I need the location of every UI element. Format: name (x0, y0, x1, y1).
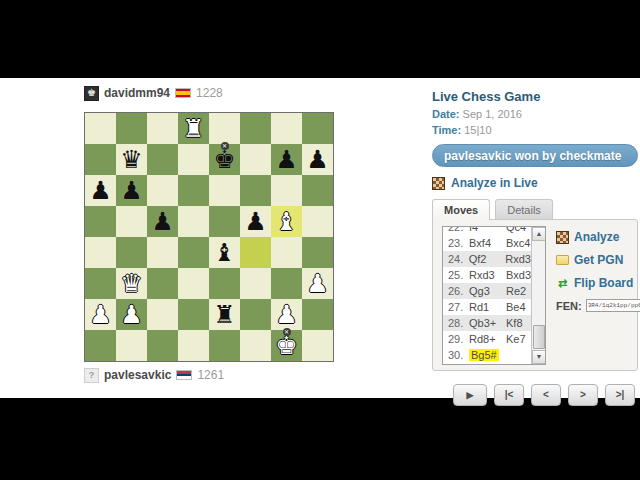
move-navigation: ▶|<<>>| (432, 384, 638, 406)
square-e7[interactable]: ♚✕ (209, 144, 240, 175)
time-value: 15|10 (464, 124, 491, 136)
scroll-up-button[interactable]: ▲ (532, 227, 546, 241)
square-c1[interactable] (147, 330, 178, 361)
square-a2[interactable]: ♟ (85, 299, 116, 330)
pgn-file-icon (556, 255, 569, 265)
black-king-piece: ♚ (213, 147, 235, 172)
square-e4[interactable]: ♝ (209, 237, 240, 268)
square-g7[interactable]: ♟ (271, 144, 302, 175)
video-letterbox-bottom (0, 398, 640, 480)
white-rook-piece: ♜ (182, 116, 204, 141)
move-list-rows: 22.f4Qc423.Bxf4Bxc424.Qf2Rxd325.Rxd3Bxd3… (443, 226, 531, 363)
serbia-flag-icon (176, 370, 192, 380)
flip-board-label: Flip Board (574, 276, 633, 290)
move-number: 29. (448, 333, 469, 345)
square-e8[interactable] (209, 113, 240, 144)
square-b6[interactable]: ♟ (116, 175, 147, 206)
white-pawn-piece: ♟ (120, 302, 142, 327)
moves-details-tabs: MovesDetails (432, 199, 638, 220)
analyze-link[interactable]: Analyze (556, 230, 636, 244)
square-b1[interactable] (116, 330, 147, 361)
game-time-line: Time: 15|10 (432, 124, 638, 136)
analyze-in-live-label: Analyze in Live (451, 176, 538, 190)
square-f2[interactable] (240, 299, 271, 330)
move-number: 28. (448, 317, 469, 329)
result-banner: pavlesavkic won by checkmate (432, 144, 638, 167)
top-player-avatar[interactable]: ♚ (84, 86, 99, 101)
square-d7[interactable] (178, 144, 209, 175)
square-a5[interactable] (85, 206, 116, 237)
white-move[interactable]: Rxd3 (469, 269, 506, 281)
square-f5[interactable]: ♟ (240, 206, 271, 237)
move-row-24: 24.Qf2Rxd3 (443, 251, 531, 267)
first-move-button[interactable]: |< (494, 384, 524, 406)
analyze-board-icon (432, 177, 445, 190)
move-number: 24. (448, 253, 469, 265)
move-row-28: 28.Qb3+Kf8 (443, 315, 531, 331)
square-g2[interactable]: ♟ (271, 299, 302, 330)
square-a8[interactable] (85, 113, 116, 144)
game-info-panel: Live Chess Game Date: Sep 1, 2016 Time: … (432, 78, 638, 406)
date-label: Date: (432, 108, 460, 120)
black-pawn-piece: ♟ (275, 147, 297, 172)
move-number: 26. (448, 285, 469, 297)
square-a3[interactable] (85, 268, 116, 299)
square-g5[interactable]: ♝ (271, 206, 302, 237)
bottom-player-bar: ? pavlesavkic 1261 (84, 367, 224, 383)
square-c5[interactable]: ♟ (147, 206, 178, 237)
next-move-button[interactable]: > (568, 384, 598, 406)
white-move[interactable]: Qf2 (469, 253, 506, 265)
top-player-rating: 1228 (196, 86, 223, 100)
screenshot-frame: ♚ davidmm94 1228 ♜♛♚✕♟♟♟♟♟♟♝♝♛♟♟♟♜♟♚✕ ? … (0, 0, 640, 480)
black-move[interactable]: Kf8 (506, 317, 531, 329)
black-move[interactable]: Bxc4 (506, 237, 531, 249)
play-button[interactable]: ▶ (453, 384, 487, 406)
fen-input[interactable] (586, 299, 640, 312)
white-queen-piece: ♛ (120, 271, 142, 296)
move-row-25: 25.Rxd3Bxd3 (443, 267, 531, 283)
checkmate-x-badge: ✕ (283, 328, 291, 336)
move-row-23: 23.Bxf4Bxc4 (443, 235, 531, 251)
square-h6[interactable] (302, 175, 333, 206)
square-e6[interactable] (209, 175, 240, 206)
move-row-30: 30.Bg5# (443, 347, 531, 363)
square-d4[interactable] (178, 237, 209, 268)
white-pawn-piece: ♟ (275, 302, 297, 327)
square-b2[interactable]: ♟ (116, 299, 147, 330)
game-actions: Analyze Get PGN Flip Board FEN: (556, 230, 636, 312)
scroll-down-button[interactable]: ▼ (532, 350, 546, 364)
top-player-bar: ♚ davidmm94 1228 (84, 85, 223, 101)
bottom-player-rating: 1261 (197, 368, 224, 382)
square-d6[interactable] (178, 175, 209, 206)
square-e5[interactable] (209, 206, 240, 237)
black-move[interactable]: Be4 (506, 301, 531, 313)
move-row-22: 22.f4Qc4 (443, 226, 531, 235)
game-date-line: Date: Sep 1, 2016 (432, 108, 638, 120)
square-a7[interactable] (85, 144, 116, 175)
square-a6[interactable]: ♟ (85, 175, 116, 206)
scrollbar-thumb[interactable] (533, 325, 545, 349)
white-bishop-piece: ♝ (275, 209, 297, 234)
fen-row: FEN: (556, 299, 636, 312)
white-move[interactable]: Qb3+ (469, 317, 506, 329)
date-value: Sep 1, 2016 (463, 108, 522, 120)
square-h2[interactable] (302, 299, 333, 330)
move-number: 23. (448, 237, 469, 249)
black-move[interactable]: Bxd3 (506, 269, 531, 281)
fen-label: FEN: (556, 300, 582, 312)
get-pgn-link[interactable]: Get PGN (556, 253, 636, 267)
checkmate-x-badge: ✕ (221, 142, 229, 150)
square-f7[interactable] (240, 144, 271, 175)
move-row-27: 27.Rd1Be4 (443, 299, 531, 315)
chess-board[interactable]: ♜♛♚✕♟♟♟♟♟♟♝♝♛♟♟♟♜♟♚✕ (84, 112, 334, 362)
square-c2[interactable] (147, 299, 178, 330)
square-b7[interactable]: ♛ (116, 144, 147, 175)
moves-tab-panel: 22.f4Qc423.Bxf4Bxc424.Qf2Rxd325.Rxd3Bxd3… (432, 219, 638, 371)
square-e3[interactable] (209, 268, 240, 299)
square-e2[interactable]: ♜ (209, 299, 240, 330)
white-king-piece: ♚ (275, 333, 297, 358)
white-move[interactable]: Bxf4 (469, 237, 506, 249)
black-rook-piece: ♜ (213, 302, 235, 327)
tab-moves[interactable]: Moves (432, 199, 490, 220)
analyze-in-live-link[interactable]: Analyze in Live (432, 176, 638, 190)
square-f6[interactable] (240, 175, 271, 206)
black-move[interactable]: Re2 (506, 285, 531, 297)
analyze-board-icon (556, 231, 569, 244)
move-number: 30. (448, 349, 469, 361)
black-pawn-piece: ♟ (89, 178, 111, 203)
bottom-player-name[interactable]: pavlesavkic (104, 368, 171, 382)
square-h7[interactable]: ♟ (302, 144, 333, 175)
square-f3[interactable] (240, 268, 271, 299)
mate-move-highlight[interactable]: Bg5# (469, 349, 499, 361)
black-move[interactable]: Ke7 (506, 333, 531, 345)
white-pawn-piece: ♟ (306, 271, 328, 296)
bottom-player-avatar[interactable]: ? (84, 368, 99, 383)
tab-details[interactable]: Details (495, 199, 553, 220)
square-h5[interactable] (302, 206, 333, 237)
square-h8[interactable] (302, 113, 333, 144)
square-c6[interactable] (147, 175, 178, 206)
move-list[interactable]: 22.f4Qc423.Bxf4Bxc424.Qf2Rxd325.Rxd3Bxd3… (442, 226, 546, 365)
white-move[interactable]: Rd8+ (469, 333, 506, 345)
white-pawn-piece: ♟ (89, 302, 111, 327)
square-g6[interactable] (271, 175, 302, 206)
square-f1[interactable] (240, 330, 271, 361)
square-b3[interactable]: ♛ (116, 268, 147, 299)
black-pawn-piece: ♟ (306, 147, 328, 172)
flip-board-link[interactable]: Flip Board (556, 276, 636, 290)
square-d5[interactable] (178, 206, 209, 237)
square-d8[interactable]: ♜ (178, 113, 209, 144)
square-b8[interactable] (116, 113, 147, 144)
square-a1[interactable] (85, 330, 116, 361)
square-d1[interactable] (178, 330, 209, 361)
last-move-button[interactable]: >| (605, 384, 635, 406)
black-pawn-piece: ♟ (120, 178, 142, 203)
spain-flag-icon (175, 88, 191, 98)
analyze-label: Analyze (574, 230, 619, 244)
black-pawn-piece: ♟ (151, 209, 173, 234)
square-g3[interactable] (271, 268, 302, 299)
get-pgn-label: Get PGN (574, 253, 623, 267)
black-pawn-piece: ♟ (244, 209, 266, 234)
square-a4[interactable] (85, 237, 116, 268)
black-queen-piece: ♛ (120, 147, 142, 172)
flip-arrows-icon (556, 277, 569, 290)
square-d2[interactable] (178, 299, 209, 330)
move-number: 27. (448, 301, 469, 313)
square-c7[interactable] (147, 144, 178, 175)
top-player-name[interactable]: davidmm94 (104, 86, 170, 100)
square-b5[interactable] (116, 206, 147, 237)
white-move[interactable]: Bg5# (469, 349, 506, 361)
video-letterbox-top (0, 0, 640, 78)
move-row-29: 29.Rd8+Ke7 (443, 331, 531, 347)
white-move[interactable]: Rd1 (469, 301, 506, 313)
square-c8[interactable] (147, 113, 178, 144)
square-d3[interactable] (178, 268, 209, 299)
square-h3[interactable]: ♟ (302, 268, 333, 299)
square-e1[interactable] (209, 330, 240, 361)
page-title: Live Chess Game (432, 89, 638, 104)
square-h1[interactable] (302, 330, 333, 361)
black-move[interactable]: Qc4 (506, 226, 531, 233)
chess-site-content: ♚ davidmm94 1228 ♜♛♚✕♟♟♟♟♟♟♝♝♛♟♟♟♜♟♚✕ ? … (0, 78, 640, 398)
move-number: 25. (448, 269, 469, 281)
move-row-26: 26.Qg3Re2 (443, 283, 531, 299)
move-list-scrollbar[interactable]: ▲ ▼ (531, 227, 545, 364)
square-h4[interactable] (302, 237, 333, 268)
white-move[interactable]: f4 (469, 226, 506, 233)
square-f8[interactable] (240, 113, 271, 144)
square-c3[interactable] (147, 268, 178, 299)
square-b4[interactable] (116, 237, 147, 268)
black-bishop-piece: ♝ (213, 240, 235, 265)
square-c4[interactable] (147, 237, 178, 268)
square-g1[interactable]: ♚✕ (271, 330, 302, 361)
move-number: 22. (448, 226, 469, 233)
white-move[interactable]: Qg3 (469, 285, 506, 297)
time-label: Time: (432, 124, 461, 136)
square-f4[interactable] (240, 237, 271, 268)
square-g8[interactable] (271, 113, 302, 144)
square-g4[interactable] (271, 237, 302, 268)
black-move[interactable]: Rxd3 (505, 253, 531, 265)
previous-move-button[interactable]: < (531, 384, 561, 406)
